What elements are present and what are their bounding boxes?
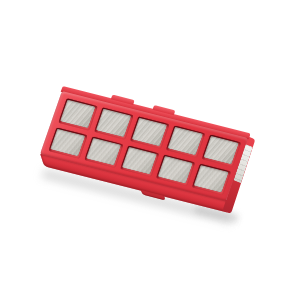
metal-insert [50, 128, 85, 156]
compartment [84, 136, 123, 168]
metal-insert [132, 118, 167, 146]
metal-insert [60, 100, 95, 128]
compartment [156, 154, 195, 186]
compartment [192, 163, 231, 195]
compartment [48, 127, 87, 159]
metal-insert [158, 155, 193, 183]
metal-insert [122, 146, 157, 174]
metal-insert [96, 109, 131, 137]
product-photo [0, 0, 300, 300]
metal-insert [203, 136, 238, 164]
compartment [166, 126, 205, 158]
compartment [130, 116, 169, 148]
compartment [58, 98, 97, 130]
metal-insert [86, 137, 121, 165]
compartment [120, 145, 159, 177]
compartment [202, 135, 241, 167]
metal-insert [168, 127, 203, 155]
compartment [94, 107, 133, 139]
metal-insert [193, 164, 228, 192]
